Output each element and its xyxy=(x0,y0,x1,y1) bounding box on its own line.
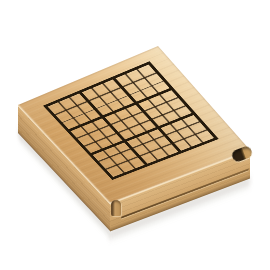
product-photo-scene xyxy=(0,0,270,270)
finger-slot xyxy=(111,200,121,216)
